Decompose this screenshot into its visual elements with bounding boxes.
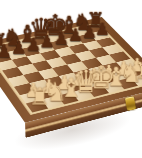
piece-black-pawn[interactable]: ♟	[0, 42, 20, 60]
product-photo-scene: ♜♞♝♛♚♝♞♜♟♟♟♟♟♟♟♟♟♟♟♟♟♟♟♟♜♞♝♛♚♝♞♜	[0, 0, 142, 158]
piece-white-rook[interactable]: ♜	[23, 85, 57, 109]
folding-chess-board: ♜♞♝♛♚♝♞♜♟♟♟♟♟♟♟♟♟♟♟♟♟♟♟♟♜♞♝♛♚♝♞♜	[0, 17, 142, 123]
